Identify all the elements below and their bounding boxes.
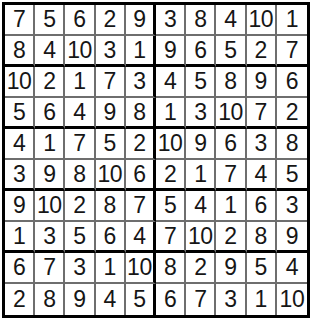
cell-r8c3[interactable]: 5 [65, 222, 95, 253]
cell-r2c8[interactable]: 5 [216, 36, 246, 67]
cell-r8c5[interactable]: 4 [126, 222, 156, 253]
cell-r3c7[interactable]: 5 [186, 67, 216, 98]
cell-r3c1[interactable]: 10 [5, 67, 35, 98]
cell-r2c5[interactable]: 1 [126, 36, 156, 67]
cell-r3c5[interactable]: 3 [126, 67, 156, 98]
cell-r6c1[interactable]: 3 [5, 160, 35, 191]
cell-r1c3[interactable]: 6 [65, 5, 95, 36]
cell-r9c9[interactable]: 5 [247, 253, 277, 284]
cell-r5c6[interactable]: 10 [156, 129, 186, 160]
cell-r8c4[interactable]: 6 [96, 222, 126, 253]
cell-r5c4[interactable]: 5 [96, 129, 126, 160]
cell-r6c6[interactable]: 2 [156, 160, 186, 191]
cell-r7c7[interactable]: 4 [186, 191, 216, 222]
cell-r4c9[interactable]: 7 [247, 98, 277, 129]
cell-r10c3[interactable]: 9 [65, 284, 95, 315]
cell-r9c5[interactable]: 10 [126, 253, 156, 284]
cell-r5c10[interactable]: 8 [277, 129, 307, 160]
cell-r2c1[interactable]: 8 [5, 36, 35, 67]
cell-r3c6[interactable]: 4 [156, 67, 186, 98]
cell-r3c10[interactable]: 6 [277, 67, 307, 98]
cell-r6c8[interactable]: 7 [216, 160, 246, 191]
cell-r7c6[interactable]: 5 [156, 191, 186, 222]
cell-r1c2[interactable]: 5 [35, 5, 65, 36]
cell-r9c7[interactable]: 2 [186, 253, 216, 284]
cell-r7c3[interactable]: 2 [65, 191, 95, 222]
cell-r1c10[interactable]: 1 [277, 5, 307, 36]
cell-r6c5[interactable]: 6 [126, 160, 156, 191]
cell-r9c3[interactable]: 3 [65, 253, 95, 284]
cell-r4c8[interactable]: 10 [216, 98, 246, 129]
cell-r6c3[interactable]: 8 [65, 160, 95, 191]
cell-r1c4[interactable]: 2 [96, 5, 126, 36]
cell-r8c2[interactable]: 3 [35, 222, 65, 253]
cell-r7c1[interactable]: 9 [5, 191, 35, 222]
cell-r1c1[interactable]: 7 [5, 5, 35, 36]
cell-r9c6[interactable]: 8 [156, 253, 186, 284]
cell-r10c9[interactable]: 1 [247, 284, 277, 315]
cell-r3c8[interactable]: 8 [216, 67, 246, 98]
cell-r10c4[interactable]: 4 [96, 284, 126, 315]
cell-r2c2[interactable]: 4 [35, 36, 65, 67]
cell-r5c2[interactable]: 1 [35, 129, 65, 160]
cell-r2c3[interactable]: 10 [65, 36, 95, 67]
cell-r9c2[interactable]: 7 [35, 253, 65, 284]
cell-r1c5[interactable]: 9 [126, 5, 156, 36]
cell-r5c3[interactable]: 7 [65, 129, 95, 160]
cell-r8c6[interactable]: 7 [156, 222, 186, 253]
cell-r5c5[interactable]: 2 [126, 129, 156, 160]
cell-r1c8[interactable]: 4 [216, 5, 246, 36]
cell-r2c9[interactable]: 2 [247, 36, 277, 67]
cell-r4c4[interactable]: 9 [96, 98, 126, 129]
cell-r4c3[interactable]: 4 [65, 98, 95, 129]
cell-r8c7[interactable]: 10 [186, 222, 216, 253]
cell-r1c9[interactable]: 10 [247, 5, 277, 36]
cell-r8c9[interactable]: 8 [247, 222, 277, 253]
cell-r5c8[interactable]: 6 [216, 129, 246, 160]
cell-r4c10[interactable]: 2 [277, 98, 307, 129]
cell-r2c4[interactable]: 3 [96, 36, 126, 67]
cell-r8c10[interactable]: 9 [277, 222, 307, 253]
cell-r4c6[interactable]: 1 [156, 98, 186, 129]
cell-r9c10[interactable]: 4 [277, 253, 307, 284]
cell-r8c8[interactable]: 2 [216, 222, 246, 253]
cell-r7c10[interactable]: 3 [277, 191, 307, 222]
cell-r7c5[interactable]: 7 [126, 191, 156, 222]
cell-r1c7[interactable]: 8 [186, 5, 216, 36]
cell-r7c2[interactable]: 10 [35, 191, 65, 222]
cell-r10c7[interactable]: 7 [186, 284, 216, 315]
cell-r4c2[interactable]: 6 [35, 98, 65, 129]
cell-r2c6[interactable]: 9 [156, 36, 186, 67]
cell-r3c3[interactable]: 1 [65, 67, 95, 98]
cell-r10c8[interactable]: 3 [216, 284, 246, 315]
cell-r10c1[interactable]: 2 [5, 284, 35, 315]
cell-r4c5[interactable]: 8 [126, 98, 156, 129]
cell-r6c10[interactable]: 5 [277, 160, 307, 191]
cell-r5c9[interactable]: 3 [247, 129, 277, 160]
cell-r3c4[interactable]: 7 [96, 67, 126, 98]
cell-r4c7[interactable]: 3 [186, 98, 216, 129]
cell-r1c6[interactable]: 3 [156, 5, 186, 36]
cell-r10c6[interactable]: 6 [156, 284, 186, 315]
cell-r6c4[interactable]: 10 [96, 160, 126, 191]
sudoku-board: 7562938410184103196527102173458965649813… [2, 2, 310, 318]
cell-r8c1[interactable]: 1 [5, 222, 35, 253]
cell-r10c5[interactable]: 5 [126, 284, 156, 315]
cell-r7c4[interactable]: 8 [96, 191, 126, 222]
cell-r4c1[interactable]: 5 [5, 98, 35, 129]
sudoku-page: 7562938410184103196527102173458965649813… [0, 0, 312, 320]
cell-r7c9[interactable]: 6 [247, 191, 277, 222]
cell-r3c9[interactable]: 9 [247, 67, 277, 98]
cell-r10c10[interactable]: 10 [277, 284, 307, 315]
cell-r2c10[interactable]: 7 [277, 36, 307, 67]
cell-r6c7[interactable]: 1 [186, 160, 216, 191]
cell-r5c1[interactable]: 4 [5, 129, 35, 160]
cell-r7c8[interactable]: 1 [216, 191, 246, 222]
cell-r6c2[interactable]: 9 [35, 160, 65, 191]
cell-r10c2[interactable]: 8 [35, 284, 65, 315]
cell-r2c7[interactable]: 6 [186, 36, 216, 67]
cell-r9c8[interactable]: 9 [216, 253, 246, 284]
cell-r3c2[interactable]: 2 [35, 67, 65, 98]
cell-r9c1[interactable]: 6 [5, 253, 35, 284]
cell-r9c4[interactable]: 1 [96, 253, 126, 284]
cell-r6c9[interactable]: 4 [247, 160, 277, 191]
cell-r5c7[interactable]: 9 [186, 129, 216, 160]
